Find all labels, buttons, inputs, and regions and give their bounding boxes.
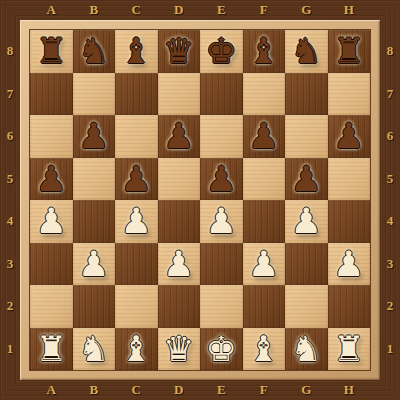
file-label-d: D	[158, 0, 201, 20]
square-h3[interactable]: ♟	[328, 243, 371, 286]
square-g1[interactable]: ♞	[285, 328, 328, 371]
piece-black-rook[interactable]: ♜	[36, 30, 67, 73]
square-f5[interactable]	[243, 158, 286, 201]
square-c3[interactable]	[115, 243, 158, 286]
file-label-g: G	[285, 380, 328, 400]
square-e1[interactable]: ♚	[200, 328, 243, 371]
square-f2[interactable]	[243, 285, 286, 328]
square-g6[interactable]	[285, 115, 328, 158]
file-label-b: B	[73, 0, 116, 20]
piece-white-bishop[interactable]: ♝	[248, 328, 279, 371]
piece-black-rook[interactable]: ♜	[333, 30, 364, 73]
square-h6[interactable]: ♟	[328, 115, 371, 158]
square-f6[interactable]: ♟	[243, 115, 286, 158]
rank-label-8: 8	[0, 30, 20, 73]
piece-black-pawn[interactable]: ♟	[248, 115, 279, 158]
piece-white-bishop[interactable]: ♝	[121, 328, 152, 371]
square-h8[interactable]: ♜	[328, 30, 371, 73]
square-h4[interactable]	[328, 200, 371, 243]
file-labels-bottom: ABCDEFGH	[30, 380, 370, 400]
square-e5[interactable]: ♟	[200, 158, 243, 201]
square-d2[interactable]	[158, 285, 201, 328]
piece-black-pawn[interactable]: ♟	[36, 158, 67, 201]
piece-white-pawn[interactable]: ♟	[36, 200, 67, 243]
square-a2[interactable]	[30, 285, 73, 328]
file-label-g: G	[285, 0, 328, 20]
square-g3[interactable]	[285, 243, 328, 286]
file-label-f: F	[243, 380, 286, 400]
rank-label-2: 2	[0, 285, 20, 328]
file-label-h: H	[328, 380, 371, 400]
file-label-h: H	[328, 0, 371, 20]
square-f7[interactable]	[243, 73, 286, 116]
square-d1[interactable]: ♛	[158, 328, 201, 371]
square-c2[interactable]	[115, 285, 158, 328]
chess-board: ♜♞♝♛♚♝♞♜♟♟♟♟♟♟♟♟♟♟♟♟♟♟♟♟♜♞♝♛♚♝♞♜	[30, 30, 370, 370]
piece-black-king[interactable]: ♚	[206, 30, 237, 73]
square-e4[interactable]: ♟	[200, 200, 243, 243]
square-f1[interactable]: ♝	[243, 328, 286, 371]
square-e7[interactable]	[200, 73, 243, 116]
square-g2[interactable]	[285, 285, 328, 328]
piece-black-knight[interactable]: ♞	[78, 30, 109, 73]
piece-white-pawn[interactable]: ♟	[78, 243, 109, 286]
square-e6[interactable]	[200, 115, 243, 158]
square-c1[interactable]: ♝	[115, 328, 158, 371]
rank-label-4: 4	[0, 200, 20, 243]
square-h5[interactable]	[328, 158, 371, 201]
rank-label-6: 6	[380, 115, 400, 158]
rank-label-2: 2	[380, 285, 400, 328]
rank-label-3: 3	[380, 243, 400, 286]
chess-board-window: ABCDEFGH ABCDEFGH 87654321 87654321 ♜♞♝♛…	[0, 0, 400, 400]
square-h7[interactable]	[328, 73, 371, 116]
piece-white-pawn[interactable]: ♟	[163, 243, 194, 286]
square-b5[interactable]	[73, 158, 116, 201]
square-g4[interactable]: ♟	[285, 200, 328, 243]
file-label-f: F	[243, 0, 286, 20]
square-e3[interactable]	[200, 243, 243, 286]
piece-white-pawn[interactable]: ♟	[291, 200, 322, 243]
file-label-c: C	[115, 380, 158, 400]
square-d8[interactable]: ♛	[158, 30, 201, 73]
square-c5[interactable]: ♟	[115, 158, 158, 201]
square-b3[interactable]: ♟	[73, 243, 116, 286]
piece-black-pawn[interactable]: ♟	[291, 158, 322, 201]
file-label-e: E	[200, 380, 243, 400]
rank-label-1: 1	[0, 328, 20, 371]
piece-black-knight[interactable]: ♞	[291, 30, 322, 73]
piece-black-bishop[interactable]: ♝	[248, 30, 279, 73]
square-a7[interactable]	[30, 73, 73, 116]
rank-label-6: 6	[0, 115, 20, 158]
square-b8[interactable]: ♞	[73, 30, 116, 73]
square-b7[interactable]	[73, 73, 116, 116]
file-label-c: C	[115, 0, 158, 20]
square-c6[interactable]	[115, 115, 158, 158]
square-g7[interactable]	[285, 73, 328, 116]
piece-white-pawn[interactable]: ♟	[333, 243, 364, 286]
piece-black-pawn[interactable]: ♟	[206, 158, 237, 201]
rank-label-5: 5	[0, 158, 20, 201]
square-c4[interactable]: ♟	[115, 200, 158, 243]
rank-labels-right: 87654321	[380, 30, 400, 370]
square-e2[interactable]	[200, 285, 243, 328]
rank-label-7: 7	[0, 73, 20, 116]
piece-black-bishop[interactable]: ♝	[121, 30, 152, 73]
piece-white-pawn[interactable]: ♟	[248, 243, 279, 286]
square-f4[interactable]	[243, 200, 286, 243]
piece-white-knight[interactable]: ♞	[78, 328, 109, 371]
square-a4[interactable]: ♟	[30, 200, 73, 243]
piece-white-queen[interactable]: ♛	[163, 328, 194, 371]
rank-labels-left: 87654321	[0, 30, 20, 370]
file-label-a: A	[30, 0, 73, 20]
piece-black-queen[interactable]: ♛	[163, 30, 194, 73]
file-label-a: A	[30, 380, 73, 400]
file-labels-top: ABCDEFGH	[30, 0, 370, 20]
rank-label-4: 4	[380, 200, 400, 243]
square-b4[interactable]	[73, 200, 116, 243]
square-a6[interactable]	[30, 115, 73, 158]
piece-black-pawn[interactable]: ♟	[333, 115, 364, 158]
square-d7[interactable]	[158, 73, 201, 116]
piece-white-knight[interactable]: ♞	[291, 328, 322, 371]
square-c8[interactable]: ♝	[115, 30, 158, 73]
piece-white-rook[interactable]: ♜	[36, 328, 67, 371]
file-label-d: D	[158, 380, 201, 400]
rank-label-1: 1	[380, 328, 400, 371]
square-a8[interactable]: ♜	[30, 30, 73, 73]
piece-black-pawn[interactable]: ♟	[121, 158, 152, 201]
square-b1[interactable]: ♞	[73, 328, 116, 371]
square-g5[interactable]: ♟	[285, 158, 328, 201]
square-h2[interactable]	[328, 285, 371, 328]
square-e8[interactable]: ♚	[200, 30, 243, 73]
piece-black-pawn[interactable]: ♟	[78, 115, 109, 158]
file-label-e: E	[200, 0, 243, 20]
square-d5[interactable]	[158, 158, 201, 201]
piece-white-king[interactable]: ♚	[206, 328, 237, 371]
rank-label-8: 8	[380, 30, 400, 73]
square-g8[interactable]: ♞	[285, 30, 328, 73]
square-a5[interactable]: ♟	[30, 158, 73, 201]
piece-black-pawn[interactable]: ♟	[163, 115, 194, 158]
piece-white-pawn[interactable]: ♟	[121, 200, 152, 243]
rank-label-5: 5	[380, 158, 400, 201]
rank-label-3: 3	[0, 243, 20, 286]
square-d3[interactable]: ♟	[158, 243, 201, 286]
square-d4[interactable]	[158, 200, 201, 243]
square-d6[interactable]: ♟	[158, 115, 201, 158]
rank-label-7: 7	[380, 73, 400, 116]
piece-white-rook[interactable]: ♜	[333, 328, 364, 371]
file-label-b: B	[73, 380, 116, 400]
square-f3[interactable]: ♟	[243, 243, 286, 286]
square-b2[interactable]	[73, 285, 116, 328]
square-a1[interactable]: ♜	[30, 328, 73, 371]
square-b6[interactable]: ♟	[73, 115, 116, 158]
square-c7[interactable]	[115, 73, 158, 116]
square-f8[interactable]: ♝	[243, 30, 286, 73]
square-h1[interactable]: ♜	[328, 328, 371, 371]
piece-white-pawn[interactable]: ♟	[206, 200, 237, 243]
square-a3[interactable]	[30, 243, 73, 286]
